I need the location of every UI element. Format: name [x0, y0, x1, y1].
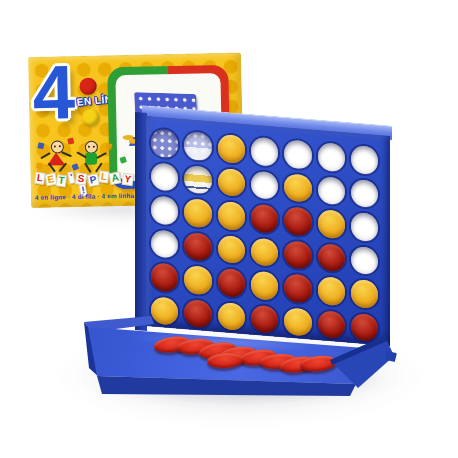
disc-yellow: [218, 167, 246, 197]
cell-r5-c1[interactable]: [148, 259, 181, 295]
connect-four-board: [146, 116, 390, 346]
cell-r2-c1[interactable]: [148, 159, 181, 195]
confetti-square: [67, 138, 74, 145]
disc-red: [251, 304, 279, 334]
kids-illustration: [36, 139, 137, 173]
disc-yellow: [218, 201, 246, 231]
cell-r4-c7[interactable]: [348, 242, 381, 278]
product-photo-scene: 4 EN LÍNEA: [0, 0, 458, 458]
cell-r2-c5[interactable]: [281, 170, 314, 206]
confetti-square: [119, 156, 127, 164]
disc-red: [318, 243, 346, 273]
disc-red: [284, 240, 312, 270]
cell-r3-c7[interactable]: [348, 209, 381, 245]
cell-r5-c3[interactable]: [215, 265, 248, 301]
cell-r6-c2[interactable]: [181, 295, 214, 331]
empty-hole: [318, 176, 346, 206]
disc-yellow: [318, 209, 346, 239]
confetti-square: [36, 162, 43, 169]
disc-yellow: [218, 301, 246, 331]
cell-r4-c1[interactable]: [148, 226, 181, 262]
cell-r6-c4[interactable]: [248, 301, 281, 337]
cell-r1-c7[interactable]: [348, 142, 381, 178]
cell-r2-c7[interactable]: [348, 175, 381, 211]
confetti-square: [105, 143, 112, 150]
empty-hole: [351, 145, 379, 175]
empty-hole: [151, 128, 179, 158]
empty-hole: [251, 137, 279, 167]
cell-r5-c2[interactable]: [181, 262, 214, 298]
disc-yellow: [218, 234, 246, 264]
disc-red: [284, 206, 312, 236]
confetti-square: [37, 142, 44, 149]
empty-hole: [284, 139, 312, 169]
disc-red: [218, 268, 246, 298]
disc-yellow: [184, 198, 212, 228]
kid-red-figure: [44, 140, 71, 173]
cell-r3-c1[interactable]: [148, 192, 181, 228]
disc-red: [284, 273, 312, 303]
kid-green-figure: [78, 140, 105, 173]
cell-r5-c6[interactable]: [315, 273, 348, 309]
cell-r6-c5[interactable]: [281, 304, 314, 340]
cell-r5-c7[interactable]: [348, 276, 381, 312]
cell-r4-c5[interactable]: [281, 237, 314, 273]
box-title-number: 4: [32, 48, 76, 136]
cell-r6-c3[interactable]: [215, 298, 248, 334]
empty-hole: [351, 178, 379, 208]
cell-r3-c2[interactable]: [181, 195, 214, 231]
lets-play-letter: Y: [121, 173, 133, 186]
cell-r4-c3[interactable]: [215, 231, 248, 267]
cell-r2-c3[interactable]: [215, 164, 248, 200]
cell-r4-c4[interactable]: [248, 234, 281, 270]
disc-red: [184, 299, 212, 329]
disc-yellow: [184, 265, 212, 295]
yellow-dot-icon: [82, 109, 99, 126]
cell-r5-c5[interactable]: [281, 270, 314, 306]
disc-yellow: [351, 279, 379, 309]
disc-yellow: [251, 271, 279, 301]
lets-play-letter: T: [56, 174, 68, 187]
disc-yellow: [284, 173, 312, 203]
empty-hole: [351, 212, 379, 242]
cell-r4-c2[interactable]: [181, 228, 214, 264]
empty-hole: [351, 245, 379, 275]
cell-r3-c3[interactable]: [215, 198, 248, 234]
cell-r6-c1[interactable]: [148, 293, 181, 329]
empty-hole: [184, 165, 212, 195]
disc-yellow: [318, 276, 346, 306]
disc-red: [251, 204, 279, 234]
disc-red: [351, 312, 379, 342]
cell-r4-c6[interactable]: [315, 239, 348, 275]
cell-r1-c4[interactable]: [248, 133, 281, 169]
cell-r2-c2[interactable]: [181, 161, 214, 197]
cell-r3-c5[interactable]: [281, 203, 314, 239]
cell-r1-c5[interactable]: [281, 136, 314, 172]
lets-play-letter: A: [109, 171, 122, 185]
cell-r1-c1[interactable]: [148, 125, 181, 161]
empty-hole: [318, 142, 346, 172]
cell-r1-c2[interactable]: [181, 128, 214, 164]
disc-yellow: [151, 296, 179, 326]
disc-yellow: [284, 307, 312, 337]
cell-r3-c6[interactable]: [315, 206, 348, 242]
cell-r6-c6[interactable]: [315, 306, 348, 342]
red-dot-icon: [79, 78, 96, 95]
lets-play-letter: L: [34, 172, 46, 185]
empty-hole: [151, 195, 179, 225]
disc-yellow: [251, 237, 279, 267]
cell-r2-c4[interactable]: [248, 167, 281, 203]
disc-red: [151, 262, 179, 292]
empty-hole: [251, 170, 279, 200]
cell-r1-c6[interactable]: [315, 139, 348, 175]
empty-hole: [151, 229, 179, 259]
disc-red: [318, 310, 346, 340]
cell-r1-c3[interactable]: [215, 131, 248, 167]
disc-yellow: [218, 134, 246, 164]
empty-hole: [184, 131, 212, 161]
cell-r5-c4[interactable]: [248, 267, 281, 303]
cell-r2-c6[interactable]: [315, 172, 348, 208]
empty-hole: [151, 162, 179, 192]
cell-r6-c7[interactable]: [348, 309, 381, 345]
disc-red: [184, 232, 212, 262]
cell-r3-c4[interactable]: [248, 200, 281, 236]
